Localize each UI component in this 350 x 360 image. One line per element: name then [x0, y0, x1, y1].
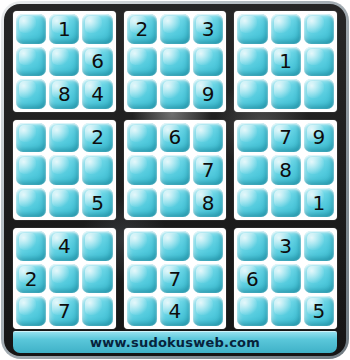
cell-value: 6 [169, 127, 182, 147]
sudoku-cell-r5c6[interactable]: 7 [193, 155, 223, 185]
sudoku-cell-r8c6[interactable] [193, 264, 223, 294]
cell-value: 1 [279, 51, 292, 71]
cell-value: 3 [202, 19, 215, 39]
sudoku-cell-r1c5[interactable] [160, 14, 190, 44]
sudoku-cell-r2c6[interactable] [193, 47, 223, 77]
sudoku-cell-r5c9[interactable] [304, 155, 334, 185]
sudoku-box-8: 74 [124, 228, 227, 329]
cell-value: 6 [91, 51, 104, 71]
sudoku-cell-r2c7[interactable] [237, 47, 267, 77]
sudoku-cell-r1c4[interactable]: 2 [127, 14, 157, 44]
sudoku-cell-r8c9[interactable] [304, 264, 334, 294]
sudoku-cell-r2c3[interactable]: 6 [82, 47, 112, 77]
sudoku-cell-r7c7[interactable] [237, 231, 267, 261]
sudoku-board: 1684239125678798142774365 [13, 11, 337, 329]
sudoku-cell-r5c1[interactable] [16, 155, 46, 185]
sudoku-cell-r6c4[interactable] [127, 188, 157, 218]
sudoku-cell-r7c1[interactable] [16, 231, 46, 261]
sudoku-cell-r7c8[interactable]: 3 [271, 231, 301, 261]
sudoku-cell-r2c2[interactable] [49, 47, 79, 77]
sudoku-cell-r4c8[interactable]: 7 [271, 123, 301, 153]
sudoku-cell-r8c1[interactable]: 2 [16, 264, 46, 294]
sudoku-cell-r1c2[interactable]: 1 [49, 14, 79, 44]
sudoku-cell-r4c2[interactable] [49, 123, 79, 153]
sudoku-cell-r7c2[interactable]: 4 [49, 231, 79, 261]
cell-value: 2 [135, 19, 148, 39]
sudoku-cell-r9c9[interactable]: 5 [304, 296, 334, 326]
cell-value: 4 [169, 301, 182, 321]
sudoku-cell-r2c1[interactable] [16, 47, 46, 77]
sudoku-cell-r9c2[interactable]: 7 [49, 296, 79, 326]
sudoku-cell-r3c6[interactable]: 9 [193, 79, 223, 109]
sudoku-cell-r9c5[interactable]: 4 [160, 296, 190, 326]
cell-value: 1 [313, 193, 326, 213]
cell-value: 1 [58, 19, 71, 39]
sudoku-cell-r1c9[interactable] [304, 14, 334, 44]
sudoku-cell-r7c6[interactable] [193, 231, 223, 261]
sudoku-cell-r2c5[interactable] [160, 47, 190, 77]
cell-value: 6 [246, 269, 259, 289]
sudoku-cell-r9c8[interactable] [271, 296, 301, 326]
cell-value: 8 [202, 193, 215, 213]
sudoku-cell-r8c3[interactable] [82, 264, 112, 294]
sudoku-cell-r2c9[interactable] [304, 47, 334, 77]
cell-value: 4 [91, 84, 104, 104]
sudoku-cell-r4c5[interactable]: 6 [160, 123, 190, 153]
sudoku-cell-r5c7[interactable] [237, 155, 267, 185]
sudoku-cell-r9c1[interactable] [16, 296, 46, 326]
sudoku-cell-r9c7[interactable] [237, 296, 267, 326]
sudoku-cell-r5c5[interactable] [160, 155, 190, 185]
sudoku-cell-r3c8[interactable] [271, 79, 301, 109]
sudoku-cell-r8c7[interactable]: 6 [237, 264, 267, 294]
sudoku-cell-r8c5[interactable]: 7 [160, 264, 190, 294]
sudoku-cell-r3c7[interactable] [237, 79, 267, 109]
sudoku-cell-r3c9[interactable] [304, 79, 334, 109]
cell-value: 7 [279, 127, 292, 147]
sudoku-cell-r3c3[interactable]: 4 [82, 79, 112, 109]
sudoku-cell-r7c9[interactable] [304, 231, 334, 261]
sudoku-box-3: 1 [234, 11, 337, 112]
sudoku-box-4: 25 [13, 120, 116, 221]
sudoku-box-9: 365 [234, 228, 337, 329]
sudoku-box-1: 1684 [13, 11, 116, 112]
sudoku-cell-r9c4[interactable] [127, 296, 157, 326]
sudoku-cell-r6c1[interactable] [16, 188, 46, 218]
sudoku-cell-r1c3[interactable] [82, 14, 112, 44]
sudoku-cell-r4c1[interactable] [16, 123, 46, 153]
sudoku-cell-r4c9[interactable]: 9 [304, 123, 334, 153]
sudoku-box-7: 427 [13, 228, 116, 329]
cell-value: 9 [202, 84, 215, 104]
sudoku-cell-r7c4[interactable] [127, 231, 157, 261]
sudoku-cell-r6c9[interactable]: 1 [304, 188, 334, 218]
footer-band: www.sudokusweb.com [13, 331, 337, 353]
sudoku-cell-r2c4[interactable] [127, 47, 157, 77]
sudoku-cell-r5c3[interactable] [82, 155, 112, 185]
sudoku-cell-r6c6[interactable]: 8 [193, 188, 223, 218]
footer-url[interactable]: www.sudokusweb.com [90, 335, 260, 350]
sudoku-cell-r2c8[interactable]: 1 [271, 47, 301, 77]
sudoku-cell-r6c7[interactable] [237, 188, 267, 218]
cell-value: 7 [202, 160, 215, 180]
sudoku-cell-r1c1[interactable] [16, 14, 46, 44]
sudoku-cell-r5c2[interactable] [49, 155, 79, 185]
sudoku-cell-r4c4[interactable] [127, 123, 157, 153]
sudoku-cell-r6c2[interactable] [49, 188, 79, 218]
cell-value: 4 [58, 236, 71, 256]
sudoku-box-2: 239 [124, 11, 227, 112]
sudoku-box-5: 678 [124, 120, 227, 221]
sudoku-cell-r9c3[interactable] [82, 296, 112, 326]
sudoku-cell-r6c3[interactable]: 5 [82, 188, 112, 218]
sudoku-box-6: 7981 [234, 120, 337, 221]
sudoku-cell-r3c4[interactable] [127, 79, 157, 109]
sudoku-cell-r4c7[interactable] [237, 123, 267, 153]
sudoku-cell-r9c6[interactable] [193, 296, 223, 326]
sudoku-cell-r8c8[interactable] [271, 264, 301, 294]
sudoku-cell-r1c8[interactable] [271, 14, 301, 44]
sudoku-cell-r4c6[interactable] [193, 123, 223, 153]
cell-value: 5 [91, 193, 104, 213]
cell-value: 2 [25, 269, 38, 289]
sudoku-cell-r4c3[interactable]: 2 [82, 123, 112, 153]
sudoku-cell-r5c8[interactable]: 8 [271, 155, 301, 185]
cell-value: 2 [91, 127, 104, 147]
sudoku-cell-r8c4[interactable] [127, 264, 157, 294]
sudoku-cell-r7c3[interactable] [82, 231, 112, 261]
sudoku-cell-r8c2[interactable] [49, 264, 79, 294]
sudoku-cell-r1c7[interactable] [237, 14, 267, 44]
cell-value: 8 [279, 160, 292, 180]
sudoku-cell-r3c2[interactable]: 8 [49, 79, 79, 109]
cell-value: 8 [58, 84, 71, 104]
sudoku-cell-r7c5[interactable] [160, 231, 190, 261]
sudoku-cell-r1c6[interactable]: 3 [193, 14, 223, 44]
sudoku-page: 1684239125678798142774365 www.sudokusweb… [0, 0, 350, 360]
cell-value: 9 [313, 127, 326, 147]
cell-value: 5 [313, 301, 326, 321]
sudoku-cell-r6c8[interactable] [271, 188, 301, 218]
sudoku-cell-r3c5[interactable] [160, 79, 190, 109]
sudoku-cell-r6c5[interactable] [160, 188, 190, 218]
cell-value: 7 [58, 301, 71, 321]
cell-value: 3 [279, 236, 292, 256]
sudoku-cell-r3c1[interactable] [16, 79, 46, 109]
sudoku-cell-r5c4[interactable] [127, 155, 157, 185]
cell-value: 7 [169, 269, 182, 289]
